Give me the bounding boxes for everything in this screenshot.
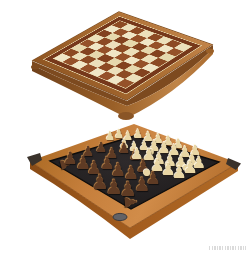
tray-magnet [113, 213, 127, 220]
watermark-text [209, 246, 246, 250]
board-foot [206, 49, 214, 54]
board-foot [31, 65, 39, 70]
board-foot [118, 112, 134, 120]
storage-tray [27, 124, 241, 239]
product-photo: ♟♟♟♟♟♟♟♟♟♟♟♟♟♟♟●♟♟♟♟♟♟♟♟♟♟♟♟♟♟♟♟♟●♟♟♟♟●♟… [0, 0, 250, 254]
